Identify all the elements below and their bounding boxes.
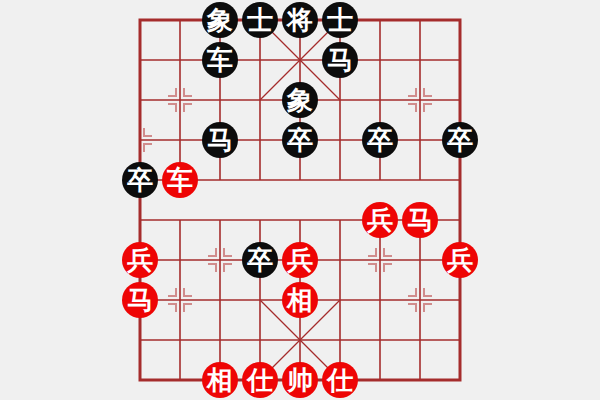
piece-black-horse[interactable]: 马 xyxy=(202,122,238,158)
piece-black-horse[interactable]: 马 xyxy=(322,42,358,78)
piece-red-elephant[interactable]: 相 xyxy=(202,362,238,398)
piece-black-general[interactable]: 将 xyxy=(282,2,318,38)
piece-red-general[interactable]: 帅 xyxy=(282,362,318,398)
piece-black-pawn[interactable]: 卒 xyxy=(242,242,278,278)
piece-red-horse[interactable]: 马 xyxy=(122,282,158,318)
piece-red-advisor[interactable]: 仕 xyxy=(242,362,278,398)
piece-red-pawn[interactable]: 兵 xyxy=(282,242,318,278)
piece-black-advisor[interactable]: 士 xyxy=(242,2,278,38)
piece-black-advisor[interactable]: 士 xyxy=(322,2,358,38)
piece-black-pawn[interactable]: 卒 xyxy=(282,122,318,158)
piece-red-chariot[interactable]: 车 xyxy=(162,162,198,198)
piece-red-advisor[interactable]: 仕 xyxy=(322,362,358,398)
pieces-layer: 象士将士车马象马卒卒卒卒卒车兵马兵兵兵马相相仕帅仕 xyxy=(0,0,600,400)
piece-red-pawn[interactable]: 兵 xyxy=(442,242,478,278)
piece-red-elephant[interactable]: 相 xyxy=(282,282,318,318)
piece-red-horse[interactable]: 马 xyxy=(402,202,438,238)
piece-black-pawn[interactable]: 卒 xyxy=(122,162,158,198)
piece-black-elephant[interactable]: 象 xyxy=(282,82,318,118)
piece-black-pawn[interactable]: 卒 xyxy=(442,122,478,158)
piece-red-pawn[interactable]: 兵 xyxy=(362,202,398,238)
xiangqi-board: 象士将士车马象马卒卒卒卒卒车兵马兵兵兵马相相仕帅仕 xyxy=(0,0,600,400)
piece-black-elephant[interactable]: 象 xyxy=(202,2,238,38)
piece-black-pawn[interactable]: 卒 xyxy=(362,122,398,158)
piece-red-pawn[interactable]: 兵 xyxy=(122,242,158,278)
piece-black-chariot[interactable]: 车 xyxy=(202,42,238,78)
